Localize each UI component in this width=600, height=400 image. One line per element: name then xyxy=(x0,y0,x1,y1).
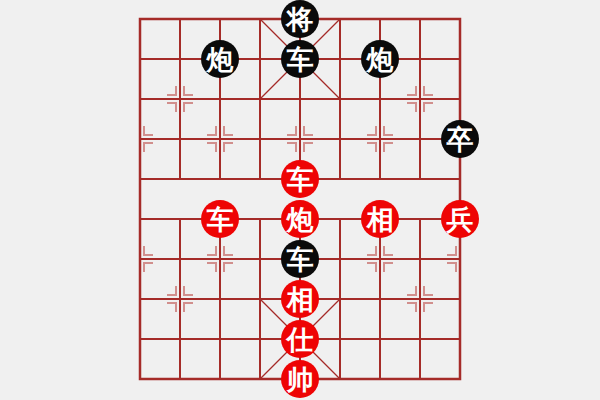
xiangqi-board[interactable]: 将炮车炮卒车车炮相兵车相仕帅 xyxy=(120,0,480,399)
red-chariot[interactable]: 车 xyxy=(281,160,319,198)
black-cannon[interactable]: 炮 xyxy=(361,40,399,78)
red-chariot[interactable]: 车 xyxy=(201,200,239,238)
red-elephant[interactable]: 相 xyxy=(361,200,399,238)
black-cannon[interactable]: 炮 xyxy=(201,40,239,78)
red-advisor[interactable]: 仕 xyxy=(281,320,319,358)
black-general[interactable]: 将 xyxy=(281,0,319,38)
red-cannon[interactable]: 炮 xyxy=(281,200,319,238)
black-chariot[interactable]: 车 xyxy=(281,240,319,278)
red-soldier[interactable]: 兵 xyxy=(441,200,479,238)
red-general[interactable]: 帅 xyxy=(281,360,319,398)
black-chariot[interactable]: 车 xyxy=(281,40,319,78)
xiangqi-app: 将炮车炮卒车车炮相兵车相仕帅 xyxy=(0,0,600,400)
black-soldier[interactable]: 卒 xyxy=(441,120,479,158)
red-elephant[interactable]: 相 xyxy=(281,280,319,318)
